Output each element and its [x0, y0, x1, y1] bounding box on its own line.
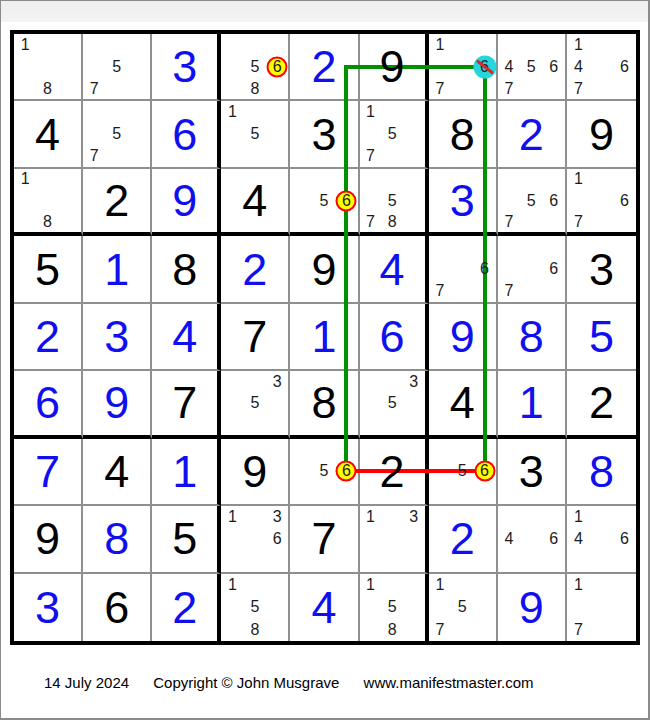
cell-r3c5[interactable]: 56 [290, 169, 359, 236]
candidate-4: 4 [574, 531, 583, 547]
candidate-slot [381, 506, 403, 528]
candidate-slot [313, 169, 335, 190]
cell-r8c6[interactable]: 13 [360, 506, 429, 573]
candidate-slot: 8 [381, 619, 403, 641]
candidate-8: 8 [388, 622, 397, 638]
candidate-slot [613, 550, 636, 572]
candidate-7: 7 [504, 214, 513, 230]
cell-value: 8 [83, 506, 150, 571]
candidate-slot: 5 [244, 392, 266, 413]
candidate-slot: 7 [360, 211, 382, 232]
candidate-5: 5 [320, 463, 329, 479]
cell-r4c2[interactable]: 1 [83, 236, 152, 303]
candidate-slot: 1 [221, 506, 243, 528]
candidate-slot [360, 123, 382, 145]
candidate-slot [473, 596, 495, 618]
cell-r3c4[interactable]: 4 [221, 169, 290, 236]
candidate-slot [498, 550, 520, 572]
candidate-8: 8 [43, 81, 52, 97]
candidate-slot [221, 56, 243, 78]
cell-value: 6 [360, 304, 425, 369]
candidate-slot [590, 78, 613, 100]
cell-value: 5 [14, 236, 81, 301]
candidate-slot [451, 280, 473, 302]
cell-value: 8 [429, 101, 496, 166]
candidate-3: 3 [273, 374, 282, 390]
candidate-slot: 6 [543, 190, 565, 211]
candidate-slot [473, 574, 495, 596]
sudoku-board: 1857356829167456714674576153157829182945… [10, 30, 640, 645]
cell-r2c6[interactable]: 157 [360, 101, 429, 168]
candidate-slot [266, 619, 288, 641]
candidate-slot: 4 [498, 528, 520, 550]
candidate-slot [520, 34, 542, 56]
candidate-1: 1 [574, 509, 583, 525]
cell-r6c4[interactable]: 35 [221, 371, 290, 438]
candidate-4: 4 [504, 531, 513, 547]
candidate-slot [381, 145, 403, 167]
cell-r3c1[interactable]: 18 [14, 169, 83, 236]
candidate-slot [498, 34, 520, 56]
candidate-4: 4 [504, 59, 513, 75]
candidate-slot [543, 280, 565, 302]
candidate-slot [381, 574, 403, 596]
cell-value: 2 [221, 236, 288, 301]
cell-r6c6[interactable]: 35 [360, 371, 429, 438]
candidate-slot [403, 528, 425, 550]
cell-r8c7[interactable]: 2 [429, 506, 498, 573]
candidate-slot [105, 101, 127, 123]
candidate-slot [244, 101, 266, 123]
candidate-1: 1 [228, 509, 237, 525]
candidate-slot [381, 101, 403, 123]
cell-r5c4[interactable]: 7 [221, 304, 290, 371]
cell-r7c9[interactable]: 8 [567, 439, 636, 506]
cell-r2c4[interactable]: 15 [221, 101, 290, 168]
candidate-slot [543, 78, 565, 100]
candidate-slot [360, 392, 382, 413]
cell-value: 4 [14, 101, 81, 166]
cell-r3c3[interactable]: 9 [152, 169, 221, 236]
cell-value: 4 [152, 304, 217, 369]
cell-r2c5[interactable]: 3 [290, 101, 359, 168]
candidate-slot: 1 [429, 34, 451, 56]
candidate-1: 1 [435, 577, 444, 593]
candidate-slot: 6 [543, 258, 565, 280]
cell-r5c6[interactable]: 6 [360, 304, 429, 371]
cell-r8c5[interactable]: 7 [290, 506, 359, 573]
candidate-slot: 6 [266, 56, 288, 78]
cell-r1c8[interactable]: 4567 [498, 34, 567, 101]
candidate-slot [105, 145, 127, 167]
candidate-slot [59, 169, 81, 190]
candidate-slot [244, 550, 266, 572]
cell-value: 2 [152, 574, 217, 641]
candidate-8: 8 [250, 622, 259, 638]
cell-r3c9[interactable]: 167 [567, 169, 636, 236]
candidate-slot [59, 190, 81, 211]
cell-r1c5[interactable]: 2 [290, 34, 359, 101]
candidate-7: 7 [366, 214, 375, 230]
candidate-slot: 6 [266, 528, 288, 550]
cell-r7c7[interactable]: 56 [429, 439, 498, 506]
cell-r1c1[interactable]: 18 [14, 34, 83, 101]
cell-r5c2[interactable]: 3 [83, 304, 152, 371]
candidate-slot [451, 482, 473, 504]
cell-r3c6[interactable]: 578 [360, 169, 429, 236]
candidate-slot: 3 [266, 371, 288, 392]
candidate-slot [36, 56, 58, 78]
candidate-5: 5 [458, 463, 467, 479]
candidate-slot [567, 596, 590, 618]
candidate-slot [266, 550, 288, 572]
cell-r9c7[interactable]: 157 [429, 574, 498, 641]
candidate-slot [335, 169, 357, 190]
candidate-slot [266, 574, 288, 596]
candidate-slot [36, 34, 58, 56]
cell-r4c8[interactable]: 67 [498, 236, 567, 303]
candidate-6: 6 [620, 193, 629, 209]
candidate-slot [451, 56, 473, 78]
cell-r6c7[interactable]: 4 [429, 371, 498, 438]
candidate-grid: 157 [360, 101, 425, 166]
cell-r7c8[interactable]: 3 [498, 439, 567, 506]
cell-r2c2[interactable]: 57 [83, 101, 152, 168]
candidate-slot [403, 145, 425, 167]
candidate-slot: 8 [381, 211, 403, 232]
candidate-slot [290, 169, 312, 190]
candidate-slot: 6 [473, 56, 495, 78]
candidate-slot [520, 528, 542, 550]
candidate-grid: 567 [498, 169, 565, 232]
cell-value: 3 [429, 169, 496, 232]
cell-value: 4 [83, 439, 150, 504]
cell-r7c1[interactable]: 7 [14, 439, 83, 506]
cell-value: 1 [152, 439, 217, 504]
cell-value: 2 [14, 304, 81, 369]
candidate-slot [613, 506, 636, 528]
candidate-slot [520, 550, 542, 572]
cell-value: 9 [221, 439, 288, 504]
candidate-slot [381, 528, 403, 550]
candidate-slot: 6 [335, 190, 357, 211]
candidate-1: 1 [21, 171, 30, 187]
candidate-1: 1 [366, 577, 375, 593]
candidate-slot: 7 [498, 211, 520, 232]
candidate-slot [381, 169, 403, 190]
candidate-slot [59, 56, 81, 78]
candidate-7: 7 [574, 214, 583, 230]
cell-r6c3[interactable]: 7 [152, 371, 221, 438]
cell-r9c9[interactable]: 17 [567, 574, 636, 641]
candidate-5: 5 [250, 395, 259, 411]
cell-value: 2 [290, 34, 357, 99]
candidate-slot [128, 145, 150, 167]
cell-value: 9 [290, 236, 357, 301]
candidate-8: 8 [388, 214, 397, 230]
candidate-slot [429, 482, 451, 504]
cell-r7c3[interactable]: 1 [152, 439, 221, 506]
cell-r9c1[interactable]: 3 [14, 574, 83, 641]
cell-value: 9 [14, 506, 81, 571]
cell-r6c9[interactable]: 2 [567, 371, 636, 438]
candidate-slot [381, 550, 403, 572]
candidate-slot [543, 550, 565, 572]
cell-value: 7 [14, 439, 81, 504]
candidate-slot: 7 [83, 145, 105, 167]
cell-r2c7[interactable]: 8 [429, 101, 498, 168]
candidate-grid: 167 [429, 34, 496, 99]
candidate-slot: 3 [266, 506, 288, 528]
candidate-slot [451, 78, 473, 100]
candidate-5: 5 [320, 193, 329, 209]
candidate-slot: 1 [221, 101, 243, 123]
candidate-slot [520, 78, 542, 100]
cell-r4c1[interactable]: 5 [14, 236, 83, 303]
candidate-slot [590, 190, 613, 211]
candidate-slot [590, 169, 613, 190]
candidate-slot [221, 78, 243, 100]
cell-r8c8[interactable]: 46 [498, 506, 567, 573]
candidate-5: 5 [527, 193, 536, 209]
candidate-slot [613, 574, 636, 596]
cell-r5c7[interactable]: 9 [429, 304, 498, 371]
candidate-slot [543, 169, 565, 190]
candidate-slot: 7 [83, 78, 105, 100]
candidate-slot [451, 574, 473, 596]
cell-r8c3[interactable]: 5 [152, 506, 221, 573]
cell-r8c9[interactable]: 146 [567, 506, 636, 573]
cell-r8c4[interactable]: 136 [221, 506, 290, 573]
cell-r7c6[interactable]: 2 [360, 439, 429, 506]
cell-value: 1 [498, 371, 565, 434]
cell-r5c9[interactable]: 5 [567, 304, 636, 371]
candidate-slot [590, 56, 613, 78]
candidate-slot [290, 439, 312, 461]
cell-value: 2 [567, 371, 636, 434]
candidate-grid: 578 [360, 169, 425, 232]
cell-r2c9[interactable]: 9 [567, 101, 636, 168]
candidate-slot: 5 [244, 56, 266, 78]
cell-value: 9 [152, 169, 217, 232]
cell-r9c8[interactable]: 9 [498, 574, 567, 641]
cell-r8c2[interactable]: 8 [83, 506, 152, 573]
candidate-slot: 8 [244, 78, 266, 100]
candidate-grid: 56 [290, 169, 357, 232]
cell-r1c7[interactable]: 167 [429, 34, 498, 101]
cell-r3c7[interactable]: 3 [429, 169, 498, 236]
candidate-slot [221, 550, 243, 572]
cell-r9c5[interactable]: 4 [290, 574, 359, 641]
candidate-slot: 5 [381, 123, 403, 145]
cell-r6c8[interactable]: 1 [498, 371, 567, 438]
candidate-slot [590, 528, 613, 550]
candidate-3: 3 [409, 374, 418, 390]
candidate-slot: 1 [429, 574, 451, 596]
cell-value: 8 [498, 304, 565, 369]
candidate-slot: 6 [543, 56, 565, 78]
cell-r2c1[interactable]: 4 [14, 101, 83, 168]
candidate-slot [520, 506, 542, 528]
cell-r1c6[interactable]: 9 [360, 34, 429, 101]
cell-value: 8 [290, 371, 357, 434]
candidate-slot [613, 78, 636, 100]
cell-value: 4 [221, 169, 288, 232]
cell-r7c2[interactable]: 4 [83, 439, 152, 506]
candidate-slot [360, 190, 382, 211]
cell-r4c3[interactable]: 8 [152, 236, 221, 303]
candidate-slot [313, 482, 335, 504]
candidate-slot [381, 371, 403, 392]
cell-r7c5[interactable]: 56 [290, 439, 359, 506]
candidate-slot [221, 596, 243, 618]
candidate-slot: 1 [14, 169, 36, 190]
cell-r6c5[interactable]: 8 [290, 371, 359, 438]
candidate-slot: 1 [14, 34, 36, 56]
candidate-grid: 57 [83, 101, 150, 166]
candidate-6: 6 [273, 531, 282, 547]
cell-r4c5[interactable]: 9 [290, 236, 359, 303]
candidate-slot [244, 34, 266, 56]
cell-r2c3[interactable]: 6 [152, 101, 221, 168]
candidate-grid: 18 [14, 169, 81, 232]
candidate-grid: 67 [498, 236, 565, 301]
candidate-grid: 17 [567, 574, 636, 641]
cell-r2c8[interactable]: 2 [498, 101, 567, 168]
candidate-slot [543, 236, 565, 258]
cell-r5c1[interactable]: 2 [14, 304, 83, 371]
cell-r9c3[interactable]: 2 [152, 574, 221, 641]
cell-r9c2[interactable]: 6 [83, 574, 152, 641]
candidate-slot [360, 596, 382, 618]
candidate-slot [14, 211, 36, 232]
candidate-slot: 1 [360, 574, 382, 596]
candidate-7: 7 [504, 81, 513, 97]
candidate-slot [221, 34, 243, 56]
candidate-slot [403, 190, 425, 211]
candidate-slot: 1 [567, 34, 590, 56]
candidate-slot [590, 211, 613, 232]
cell-value: 7 [290, 506, 357, 571]
candidate-slot [335, 211, 357, 232]
cell-value: 2 [83, 169, 150, 232]
candidate-slot [590, 596, 613, 618]
candidate-slot [403, 414, 425, 435]
candidate-5: 5 [388, 126, 397, 142]
candidate-7: 7 [574, 81, 583, 97]
cell-r8c1[interactable]: 9 [14, 506, 83, 573]
candidate-slot: 8 [244, 619, 266, 641]
candidate-slot [473, 439, 495, 461]
candidate-slot [590, 34, 613, 56]
candidate-slot [313, 439, 335, 461]
candidate-grid: 146 [567, 506, 636, 571]
cell-value: 3 [290, 101, 357, 166]
cell-r1c2[interactable]: 57 [83, 34, 152, 101]
cell-r4c9[interactable]: 3 [567, 236, 636, 303]
candidate-5: 5 [388, 395, 397, 411]
cell-r4c7[interactable]: 67 [429, 236, 498, 303]
candidate-slot: 7 [567, 619, 590, 641]
cell-value: 1 [83, 236, 150, 301]
cell-r4c6[interactable]: 4 [360, 236, 429, 303]
cell-r3c8[interactable]: 567 [498, 169, 567, 236]
cell-r7c4[interactable]: 9 [221, 439, 290, 506]
cell-r4c4[interactable]: 2 [221, 236, 290, 303]
candidate-slot: 1 [221, 574, 243, 596]
cell-r1c4[interactable]: 568 [221, 34, 290, 101]
candidate-slot [266, 101, 288, 123]
candidate-slot: 3 [403, 506, 425, 528]
cell-r5c3[interactable]: 4 [152, 304, 221, 371]
candidate-slot [520, 280, 542, 302]
candidate-slot: 6 [613, 190, 636, 211]
cell-r1c9[interactable]: 1467 [567, 34, 636, 101]
candidate-grid: 67 [429, 236, 496, 301]
candidate-slot [473, 78, 495, 100]
candidate-5: 5 [250, 59, 259, 75]
cell-r1c3[interactable]: 3 [152, 34, 221, 101]
candidate-slot: 1 [360, 506, 382, 528]
candidate-slot [543, 211, 565, 232]
candidate-grid: 158 [360, 574, 425, 641]
candidate-slot [83, 123, 105, 145]
candidate-slot: 5 [451, 596, 473, 618]
candidate-slot [244, 145, 266, 167]
candidate-grid: 15 [221, 101, 288, 166]
candidate-6: 6 [549, 531, 558, 547]
candidate-slot [613, 169, 636, 190]
candidate-grid: 35 [360, 371, 425, 434]
cell-value: 2 [498, 101, 565, 166]
candidate-slot [567, 190, 590, 211]
candidate-slot [451, 619, 473, 641]
candidate-5: 5 [112, 59, 121, 75]
cell-r5c8[interactable]: 8 [498, 304, 567, 371]
candidate-slot: 5 [105, 123, 127, 145]
cell-r6c1[interactable]: 6 [14, 371, 83, 438]
cell-r9c4[interactable]: 158 [221, 574, 290, 641]
candidate-slot [429, 258, 451, 280]
candidate-1: 1 [366, 509, 375, 525]
cell-r9c6[interactable]: 158 [360, 574, 429, 641]
candidate-7: 7 [504, 283, 513, 299]
candidate-slot [451, 439, 473, 461]
candidate-slot: 8 [36, 211, 58, 232]
candidate-slot: 5 [451, 460, 473, 482]
candidate-6: 6 [342, 193, 351, 209]
cell-r6c2[interactable]: 9 [83, 371, 152, 438]
cell-r5c5[interactable]: 1 [290, 304, 359, 371]
candidate-slot [381, 414, 403, 435]
candidate-slot [451, 236, 473, 258]
footer: 14 July 2024 Copyright © John Musgrave w… [44, 674, 534, 691]
candidate-grid: 13 [360, 506, 425, 571]
candidate-slot [498, 506, 520, 528]
candidate-7: 7 [435, 283, 444, 299]
candidate-slot [59, 34, 81, 56]
candidate-slot [473, 619, 495, 641]
cell-r3c2[interactable]: 2 [83, 169, 152, 236]
candidate-slot [221, 371, 243, 392]
candidate-slot [244, 506, 266, 528]
cell-value: 9 [567, 101, 636, 166]
candidate-slot: 4 [498, 56, 520, 78]
candidate-slot [613, 34, 636, 56]
candidate-slot [498, 169, 520, 190]
candidate-slot: 5 [244, 596, 266, 618]
cell-value: 8 [152, 236, 217, 301]
